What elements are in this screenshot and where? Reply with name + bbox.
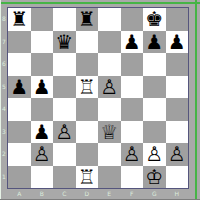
white-pawn-h2: ♙ xyxy=(168,143,186,166)
white-queen-e3: ♕ xyxy=(100,121,118,144)
square-f4[interactable] xyxy=(121,98,144,121)
square-c5[interactable] xyxy=(53,76,76,99)
black-rook-a8: ♜ xyxy=(10,8,28,31)
black-rook-d8: ♜ xyxy=(78,8,96,31)
square-b5[interactable]: ♟ xyxy=(31,76,54,99)
white-pawn-c3: ♙ xyxy=(55,121,73,144)
file-label-e: E xyxy=(98,189,121,199)
file-label-a: A xyxy=(8,189,31,199)
square-a2[interactable] xyxy=(8,143,31,166)
square-d4[interactable] xyxy=(76,98,99,121)
black-pawn-f7: ♟ xyxy=(123,31,141,54)
square-f7[interactable]: ♟ xyxy=(121,31,144,54)
square-b2[interactable]: ♙ xyxy=(31,143,54,166)
square-h6[interactable] xyxy=(166,53,189,76)
chess-board-window: 87654321 ♜♜♚♛♟♟♟♟♟♖♙♟♙♕♙♙♙♙♖♔ ABCDEFGH xyxy=(0,0,200,200)
square-b3[interactable]: ♟ xyxy=(31,121,54,144)
square-e5[interactable]: ♙ xyxy=(98,76,121,99)
square-f8[interactable] xyxy=(121,8,144,31)
square-d6[interactable] xyxy=(76,53,99,76)
square-e3[interactable]: ♕ xyxy=(98,121,121,144)
window-accent-right xyxy=(195,0,197,200)
square-d7[interactable] xyxy=(76,31,99,54)
square-h8[interactable] xyxy=(166,8,189,31)
file-label-h: H xyxy=(166,189,189,199)
square-e2[interactable] xyxy=(98,143,121,166)
square-h2[interactable]: ♙ xyxy=(166,143,189,166)
square-g5[interactable] xyxy=(143,76,166,99)
square-h7[interactable]: ♟ xyxy=(166,31,189,54)
black-king-g8: ♚ xyxy=(145,8,163,31)
square-a7[interactable] xyxy=(8,31,31,54)
square-h1[interactable] xyxy=(166,166,189,189)
file-label-b: B xyxy=(31,189,54,199)
square-a4[interactable] xyxy=(8,98,31,121)
square-f3[interactable] xyxy=(121,121,144,144)
square-a1[interactable] xyxy=(8,166,31,189)
square-f1[interactable] xyxy=(121,166,144,189)
square-h5[interactable] xyxy=(166,76,189,99)
white-rook-d1: ♖ xyxy=(78,166,96,189)
square-e1[interactable] xyxy=(98,166,121,189)
rank-labels: 87654321 xyxy=(0,8,8,188)
frame-shadow-bottom xyxy=(0,199,200,200)
square-g4[interactable] xyxy=(143,98,166,121)
white-pawn-e5: ♙ xyxy=(100,76,118,99)
square-d2[interactable] xyxy=(76,143,99,166)
white-pawn-f2: ♙ xyxy=(123,143,141,166)
square-a8[interactable]: ♜ xyxy=(8,8,31,31)
white-king-g1: ♔ xyxy=(145,166,163,189)
square-c7[interactable]: ♛ xyxy=(53,31,76,54)
black-queen-c7: ♛ xyxy=(55,31,73,54)
square-e8[interactable] xyxy=(98,8,121,31)
white-rook-d5: ♖ xyxy=(78,76,96,99)
white-pawn-g2: ♙ xyxy=(145,143,163,166)
black-pawn-h7: ♟ xyxy=(168,31,186,54)
rank-label-7: 7 xyxy=(0,31,8,54)
square-f6[interactable] xyxy=(121,53,144,76)
file-label-g: G xyxy=(143,189,166,199)
black-pawn-b5: ♟ xyxy=(33,76,51,99)
square-g3[interactable] xyxy=(143,121,166,144)
black-pawn-b3: ♟ xyxy=(33,121,51,144)
square-f5[interactable] xyxy=(121,76,144,99)
black-pawn-g7: ♟ xyxy=(145,31,163,54)
square-d5[interactable]: ♖ xyxy=(76,76,99,99)
square-b6[interactable] xyxy=(31,53,54,76)
rank-label-1: 1 xyxy=(0,166,8,189)
square-e4[interactable] xyxy=(98,98,121,121)
square-a6[interactable] xyxy=(8,53,31,76)
square-g6[interactable] xyxy=(143,53,166,76)
square-d1[interactable]: ♖ xyxy=(76,166,99,189)
square-g8[interactable]: ♚ xyxy=(143,8,166,31)
square-d8[interactable]: ♜ xyxy=(76,8,99,31)
square-c4[interactable] xyxy=(53,98,76,121)
square-b8[interactable] xyxy=(31,8,54,31)
square-h3[interactable] xyxy=(166,121,189,144)
square-g1[interactable]: ♔ xyxy=(143,166,166,189)
square-c2[interactable] xyxy=(53,143,76,166)
rank-label-5: 5 xyxy=(0,76,8,99)
window-accent-top xyxy=(0,2,200,4)
square-e6[interactable] xyxy=(98,53,121,76)
rank-label-2: 2 xyxy=(0,143,8,166)
square-d3[interactable] xyxy=(76,121,99,144)
square-b1[interactable] xyxy=(31,166,54,189)
square-b7[interactable] xyxy=(31,31,54,54)
file-label-f: F xyxy=(121,189,144,199)
black-pawn-a5: ♟ xyxy=(10,76,28,99)
rank-label-4: 4 xyxy=(0,98,8,121)
square-c1[interactable] xyxy=(53,166,76,189)
square-b4[interactable] xyxy=(31,98,54,121)
white-pawn-b2: ♙ xyxy=(33,143,51,166)
square-f2[interactable]: ♙ xyxy=(121,143,144,166)
square-a3[interactable] xyxy=(8,121,31,144)
square-g7[interactable]: ♟ xyxy=(143,31,166,54)
square-a5[interactable]: ♟ xyxy=(8,76,31,99)
square-c6[interactable] xyxy=(53,53,76,76)
board: ♜♜♚♛♟♟♟♟♟♖♙♟♙♕♙♙♙♙♖♔ xyxy=(8,8,188,188)
file-label-d: D xyxy=(76,189,99,199)
file-label-c: C xyxy=(53,189,76,199)
rank-label-8: 8 xyxy=(0,8,8,31)
file-labels: ABCDEFGH xyxy=(8,189,188,199)
square-h4[interactable] xyxy=(166,98,189,121)
rank-label-3: 3 xyxy=(0,121,8,144)
square-c3[interactable]: ♙ xyxy=(53,121,76,144)
square-c8[interactable] xyxy=(53,8,76,31)
rank-label-6: 6 xyxy=(0,53,8,76)
square-g2[interactable]: ♙ xyxy=(143,143,166,166)
square-e7[interactable] xyxy=(98,31,121,54)
